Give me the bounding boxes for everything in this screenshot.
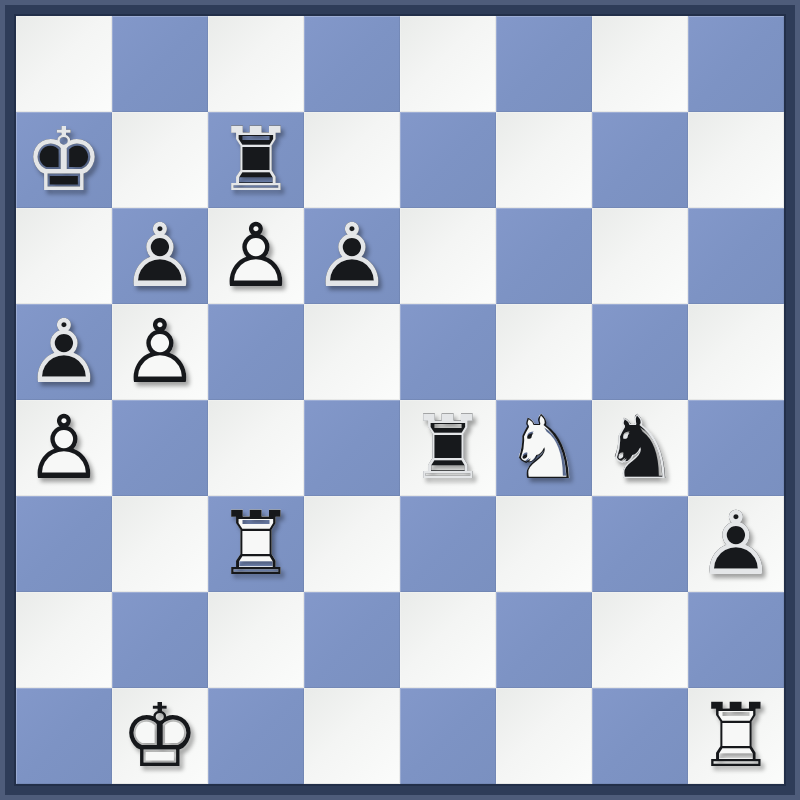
piece-outline-glyph: ♔	[112, 688, 208, 784]
square-b7[interactable]	[112, 112, 208, 208]
square-b5[interactable]: ♟♙	[112, 304, 208, 400]
square-e8[interactable]	[400, 16, 496, 112]
white-king-piece: ♚♔	[112, 688, 208, 784]
square-c8[interactable]	[208, 16, 304, 112]
piece-fill-glyph: ♟	[208, 208, 304, 304]
piece-outline-glyph: ♙	[16, 400, 112, 496]
square-b6[interactable]: ♟♙	[112, 208, 208, 304]
square-e4[interactable]: ♜♖	[400, 400, 496, 496]
square-d1[interactable]	[304, 688, 400, 784]
black-knight-piece: ♞♘	[592, 400, 688, 496]
square-d8[interactable]	[304, 16, 400, 112]
white-knight-piece: ♞♘	[496, 400, 592, 496]
square-g8[interactable]	[592, 16, 688, 112]
square-h3[interactable]: ♟♙	[688, 496, 784, 592]
square-b2[interactable]	[112, 592, 208, 688]
black-pawn-piece: ♟♙	[112, 208, 208, 304]
piece-outline-glyph: ♖	[208, 496, 304, 592]
square-g5[interactable]	[592, 304, 688, 400]
square-f4[interactable]: ♞♘	[496, 400, 592, 496]
white-pawn-piece: ♟♙	[112, 304, 208, 400]
square-c6[interactable]: ♟♙	[208, 208, 304, 304]
square-c4[interactable]	[208, 400, 304, 496]
square-d7[interactable]	[304, 112, 400, 208]
square-a2[interactable]	[16, 592, 112, 688]
square-f6[interactable]	[496, 208, 592, 304]
piece-fill-glyph: ♟	[304, 208, 400, 304]
square-b3[interactable]	[112, 496, 208, 592]
piece-fill-glyph: ♞	[592, 400, 688, 496]
piece-outline-glyph: ♘	[592, 400, 688, 496]
square-g3[interactable]	[592, 496, 688, 592]
square-c1[interactable]	[208, 688, 304, 784]
square-f8[interactable]	[496, 16, 592, 112]
square-a1[interactable]	[16, 688, 112, 784]
square-e1[interactable]	[400, 688, 496, 784]
square-c5[interactable]	[208, 304, 304, 400]
piece-fill-glyph: ♜	[400, 400, 496, 496]
piece-outline-glyph: ♙	[304, 208, 400, 304]
white-rook-piece: ♜♖	[208, 496, 304, 592]
square-h4[interactable]	[688, 400, 784, 496]
square-c3[interactable]: ♜♖	[208, 496, 304, 592]
square-g2[interactable]	[592, 592, 688, 688]
square-h6[interactable]	[688, 208, 784, 304]
piece-outline-glyph: ♔	[16, 112, 112, 208]
piece-fill-glyph: ♟	[16, 400, 112, 496]
piece-fill-glyph: ♟	[112, 304, 208, 400]
piece-fill-glyph: ♚	[16, 112, 112, 208]
chess-board: ♚♔♜♖♟♙♟♙♟♙♟♙♟♙♟♙♜♖♞♘♞♘♜♖♟♙♚♔♜♖	[16, 16, 784, 784]
square-h1[interactable]: ♜♖	[688, 688, 784, 784]
black-pawn-piece: ♟♙	[304, 208, 400, 304]
square-f2[interactable]	[496, 592, 592, 688]
square-f1[interactable]	[496, 688, 592, 784]
white-pawn-piece: ♟♙	[208, 208, 304, 304]
square-h2[interactable]	[688, 592, 784, 688]
white-pawn-piece: ♟♙	[16, 400, 112, 496]
square-d5[interactable]	[304, 304, 400, 400]
piece-fill-glyph: ♚	[112, 688, 208, 784]
square-d3[interactable]	[304, 496, 400, 592]
square-d6[interactable]: ♟♙	[304, 208, 400, 304]
square-b8[interactable]	[112, 16, 208, 112]
piece-fill-glyph: ♜	[208, 496, 304, 592]
piece-fill-glyph: ♞	[496, 400, 592, 496]
piece-fill-glyph: ♜	[688, 688, 784, 784]
square-a3[interactable]	[16, 496, 112, 592]
square-c7[interactable]: ♜♖	[208, 112, 304, 208]
piece-outline-glyph: ♖	[400, 400, 496, 496]
black-rook-piece: ♜♖	[208, 112, 304, 208]
square-e6[interactable]	[400, 208, 496, 304]
square-b1[interactable]: ♚♔	[112, 688, 208, 784]
square-a4[interactable]: ♟♙	[16, 400, 112, 496]
square-h5[interactable]	[688, 304, 784, 400]
square-c2[interactable]	[208, 592, 304, 688]
square-g4[interactable]: ♞♘	[592, 400, 688, 496]
square-f3[interactable]	[496, 496, 592, 592]
square-h7[interactable]	[688, 112, 784, 208]
piece-fill-glyph: ♟	[16, 304, 112, 400]
piece-outline-glyph: ♙	[112, 304, 208, 400]
piece-outline-glyph: ♖	[688, 688, 784, 784]
piece-fill-glyph: ♜	[208, 112, 304, 208]
black-pawn-piece: ♟♙	[688, 496, 784, 592]
black-rook-piece: ♜♖	[400, 400, 496, 496]
square-a5[interactable]: ♟♙	[16, 304, 112, 400]
piece-outline-glyph: ♘	[496, 400, 592, 496]
black-king-piece: ♚♔	[16, 112, 112, 208]
square-e7[interactable]	[400, 112, 496, 208]
piece-fill-glyph: ♟	[112, 208, 208, 304]
square-g1[interactable]	[592, 688, 688, 784]
black-pawn-piece: ♟♙	[16, 304, 112, 400]
piece-outline-glyph: ♙	[112, 208, 208, 304]
board-frame: ♚♔♜♖♟♙♟♙♟♙♟♙♟♙♟♙♜♖♞♘♞♘♜♖♟♙♚♔♜♖	[0, 0, 800, 800]
square-b4[interactable]	[112, 400, 208, 496]
piece-fill-glyph: ♟	[688, 496, 784, 592]
square-e3[interactable]	[400, 496, 496, 592]
square-e5[interactable]	[400, 304, 496, 400]
square-h8[interactable]	[688, 16, 784, 112]
piece-outline-glyph: ♙	[208, 208, 304, 304]
square-f5[interactable]	[496, 304, 592, 400]
square-g6[interactable]	[592, 208, 688, 304]
white-rook-piece: ♜♖	[688, 688, 784, 784]
square-e2[interactable]	[400, 592, 496, 688]
square-g7[interactable]	[592, 112, 688, 208]
square-a8[interactable]	[16, 16, 112, 112]
square-a7[interactable]: ♚♔	[16, 112, 112, 208]
piece-outline-glyph: ♙	[688, 496, 784, 592]
piece-outline-glyph: ♖	[208, 112, 304, 208]
square-a6[interactable]	[16, 208, 112, 304]
piece-outline-glyph: ♙	[16, 304, 112, 400]
square-d4[interactable]	[304, 400, 400, 496]
square-d2[interactable]	[304, 592, 400, 688]
square-f7[interactable]	[496, 112, 592, 208]
